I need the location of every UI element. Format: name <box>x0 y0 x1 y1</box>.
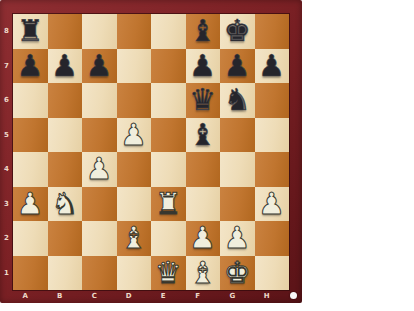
rank-label-8: 8 <box>0 14 13 49</box>
white-bishop-piece[interactable]: ♝ <box>120 223 147 253</box>
black-bishop-piece[interactable]: ♝ <box>189 120 216 150</box>
square-a6[interactable] <box>13 83 48 118</box>
square-d5[interactable]: ♟ <box>117 118 152 153</box>
square-e7[interactable] <box>151 49 186 84</box>
square-f1[interactable]: ♝ <box>186 256 221 291</box>
square-a5[interactable] <box>13 118 48 153</box>
square-b8[interactable] <box>48 14 83 49</box>
white-knight-piece[interactable]: ♞ <box>51 189 78 219</box>
black-king-piece[interactable]: ♚ <box>224 16 251 46</box>
square-a8[interactable]: ♜ <box>13 14 48 49</box>
square-g7[interactable]: ♟ <box>220 49 255 84</box>
square-g4[interactable] <box>220 152 255 187</box>
square-h7[interactable]: ♟ <box>255 49 290 84</box>
square-h2[interactable] <box>255 221 290 256</box>
square-b3[interactable]: ♞ <box>48 187 83 222</box>
square-g5[interactable] <box>220 118 255 153</box>
square-d3[interactable] <box>117 187 152 222</box>
black-pawn-piece[interactable]: ♟ <box>51 51 78 81</box>
white-pawn-piece[interactable]: ♟ <box>189 223 216 253</box>
black-queen-piece[interactable]: ♛ <box>189 85 216 115</box>
white-queen-piece[interactable]: ♛ <box>155 258 182 288</box>
black-pawn-piece[interactable]: ♟ <box>224 51 251 81</box>
rank-label-5: 5 <box>0 118 13 153</box>
rank-label-3: 3 <box>0 187 13 222</box>
black-pawn-piece[interactable]: ♟ <box>189 51 216 81</box>
square-e1[interactable]: ♛ <box>151 256 186 291</box>
square-d4[interactable] <box>117 152 152 187</box>
square-f5[interactable]: ♝ <box>186 118 221 153</box>
square-d6[interactable] <box>117 83 152 118</box>
white-pawn-piece[interactable]: ♟ <box>86 154 113 184</box>
square-g3[interactable] <box>220 187 255 222</box>
file-label-c: C <box>77 289 112 303</box>
file-label-f: F <box>181 289 216 303</box>
white-rook-piece[interactable]: ♜ <box>155 189 182 219</box>
square-f3[interactable] <box>186 187 221 222</box>
square-a7[interactable]: ♟ <box>13 49 48 84</box>
square-h8[interactable] <box>255 14 290 49</box>
white-pawn-piece[interactable]: ♟ <box>120 120 147 150</box>
square-h5[interactable] <box>255 118 290 153</box>
rank-label-4: 4 <box>0 152 13 187</box>
square-f4[interactable] <box>186 152 221 187</box>
rank-label-7: 7 <box>0 49 13 84</box>
file-label-g: G <box>215 289 250 303</box>
square-f2[interactable]: ♟ <box>186 221 221 256</box>
square-d7[interactable] <box>117 49 152 84</box>
square-c2[interactable] <box>82 221 117 256</box>
square-f7[interactable]: ♟ <box>186 49 221 84</box>
square-d2[interactable]: ♝ <box>117 221 152 256</box>
square-b5[interactable] <box>48 118 83 153</box>
square-g6[interactable]: ♞ <box>220 83 255 118</box>
square-b2[interactable] <box>48 221 83 256</box>
square-b6[interactable] <box>48 83 83 118</box>
square-g2[interactable]: ♟ <box>220 221 255 256</box>
square-a3[interactable]: ♟ <box>13 187 48 222</box>
square-e8[interactable] <box>151 14 186 49</box>
square-b7[interactable]: ♟ <box>48 49 83 84</box>
black-knight-piece[interactable]: ♞ <box>224 85 251 115</box>
square-e2[interactable] <box>151 221 186 256</box>
square-h3[interactable]: ♟ <box>255 187 290 222</box>
square-b1[interactable] <box>48 256 83 291</box>
square-a4[interactable] <box>13 152 48 187</box>
square-c5[interactable] <box>82 118 117 153</box>
square-e6[interactable] <box>151 83 186 118</box>
white-pawn-piece[interactable]: ♟ <box>258 189 285 219</box>
square-c6[interactable] <box>82 83 117 118</box>
file-label-h: H <box>250 289 285 303</box>
square-h1[interactable] <box>255 256 290 291</box>
square-a2[interactable] <box>13 221 48 256</box>
square-c3[interactable] <box>82 187 117 222</box>
white-pawn-piece[interactable]: ♟ <box>224 223 251 253</box>
rank-label-1: 1 <box>0 256 13 291</box>
rank-label-6: 6 <box>0 83 13 118</box>
black-pawn-piece[interactable]: ♟ <box>258 51 285 81</box>
square-d1[interactable] <box>117 256 152 291</box>
file-label-e: E <box>146 289 181 303</box>
square-c4[interactable]: ♟ <box>82 152 117 187</box>
black-rook-piece[interactable]: ♜ <box>17 16 44 46</box>
square-g8[interactable]: ♚ <box>220 14 255 49</box>
square-d8[interactable] <box>117 14 152 49</box>
square-c1[interactable] <box>82 256 117 291</box>
square-b4[interactable] <box>48 152 83 187</box>
black-bishop-piece[interactable]: ♝ <box>189 16 216 46</box>
square-c8[interactable] <box>82 14 117 49</box>
white-pawn-piece[interactable]: ♟ <box>17 189 44 219</box>
square-c7[interactable]: ♟ <box>82 49 117 84</box>
black-pawn-piece[interactable]: ♟ <box>86 51 113 81</box>
black-pawn-piece[interactable]: ♟ <box>17 51 44 81</box>
square-f6[interactable]: ♛ <box>186 83 221 118</box>
file-labels: ABCDEFGH <box>8 289 284 303</box>
square-h6[interactable] <box>255 83 290 118</box>
square-f8[interactable]: ♝ <box>186 14 221 49</box>
square-e3[interactable]: ♜ <box>151 187 186 222</box>
board-grid: ♜♝♚♟♟♟♟♟♟♛♞♟♝♟♟♞♜♟♝♟♟♛♝♚ <box>13 14 289 290</box>
white-king-piece[interactable]: ♚ <box>224 258 251 288</box>
square-a1[interactable] <box>13 256 48 291</box>
file-label-d: D <box>112 289 147 303</box>
rank-labels: 87654321 <box>0 14 13 290</box>
square-h4[interactable] <box>255 152 290 187</box>
file-label-b: B <box>43 289 78 303</box>
white-bishop-piece[interactable]: ♝ <box>189 258 216 288</box>
square-e4[interactable] <box>151 152 186 187</box>
square-e5[interactable] <box>151 118 186 153</box>
rank-label-2: 2 <box>0 221 13 256</box>
page: 87654321 ♜♝♚♟♟♟♟♟♟♛♞♟♝♟♟♞♜♟♝♟♟♛♝♚ ABCDEF… <box>0 0 414 311</box>
file-label-a: A <box>8 289 43 303</box>
white-to-move-indicator <box>290 292 297 299</box>
square-g1[interactable]: ♚ <box>220 256 255 291</box>
chess-board: 87654321 ♜♝♚♟♟♟♟♟♟♛♞♟♝♟♟♞♜♟♝♟♟♛♝♚ ABCDEF… <box>0 0 302 303</box>
